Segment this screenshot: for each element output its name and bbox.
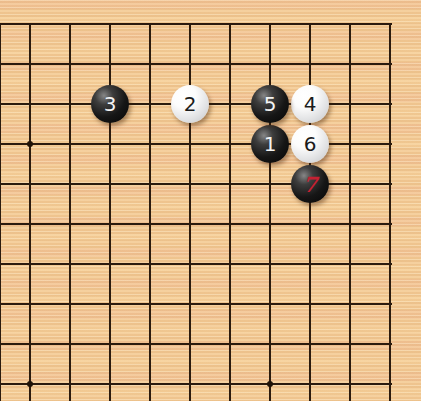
stone-black-move-5[interactable]: 5	[251, 85, 289, 123]
stone-white-move-2[interactable]: 2	[171, 85, 209, 123]
stone-white-move-4[interactable]: 4	[291, 85, 329, 123]
move-number: 4	[304, 94, 317, 114]
stone-black-move-1[interactable]: 1	[251, 125, 289, 163]
stone-white-move-6[interactable]: 6	[291, 125, 329, 163]
move-number: 5	[264, 94, 277, 114]
move-number: 1	[264, 134, 277, 154]
move-number: 2	[184, 94, 197, 114]
stone-black-move-7[interactable]: 7	[291, 165, 329, 203]
grid-line-left-edge-partial	[0, 23, 1, 401]
move-number-last-red: 7	[303, 174, 318, 195]
go-board[interactable]: 1234567	[0, 0, 421, 401]
stone-black-move-3[interactable]: 3	[91, 85, 129, 123]
move-number: 3	[104, 94, 117, 114]
move-number: 6	[304, 134, 317, 154]
intersection-grid: 1234567	[10, 4, 410, 401]
